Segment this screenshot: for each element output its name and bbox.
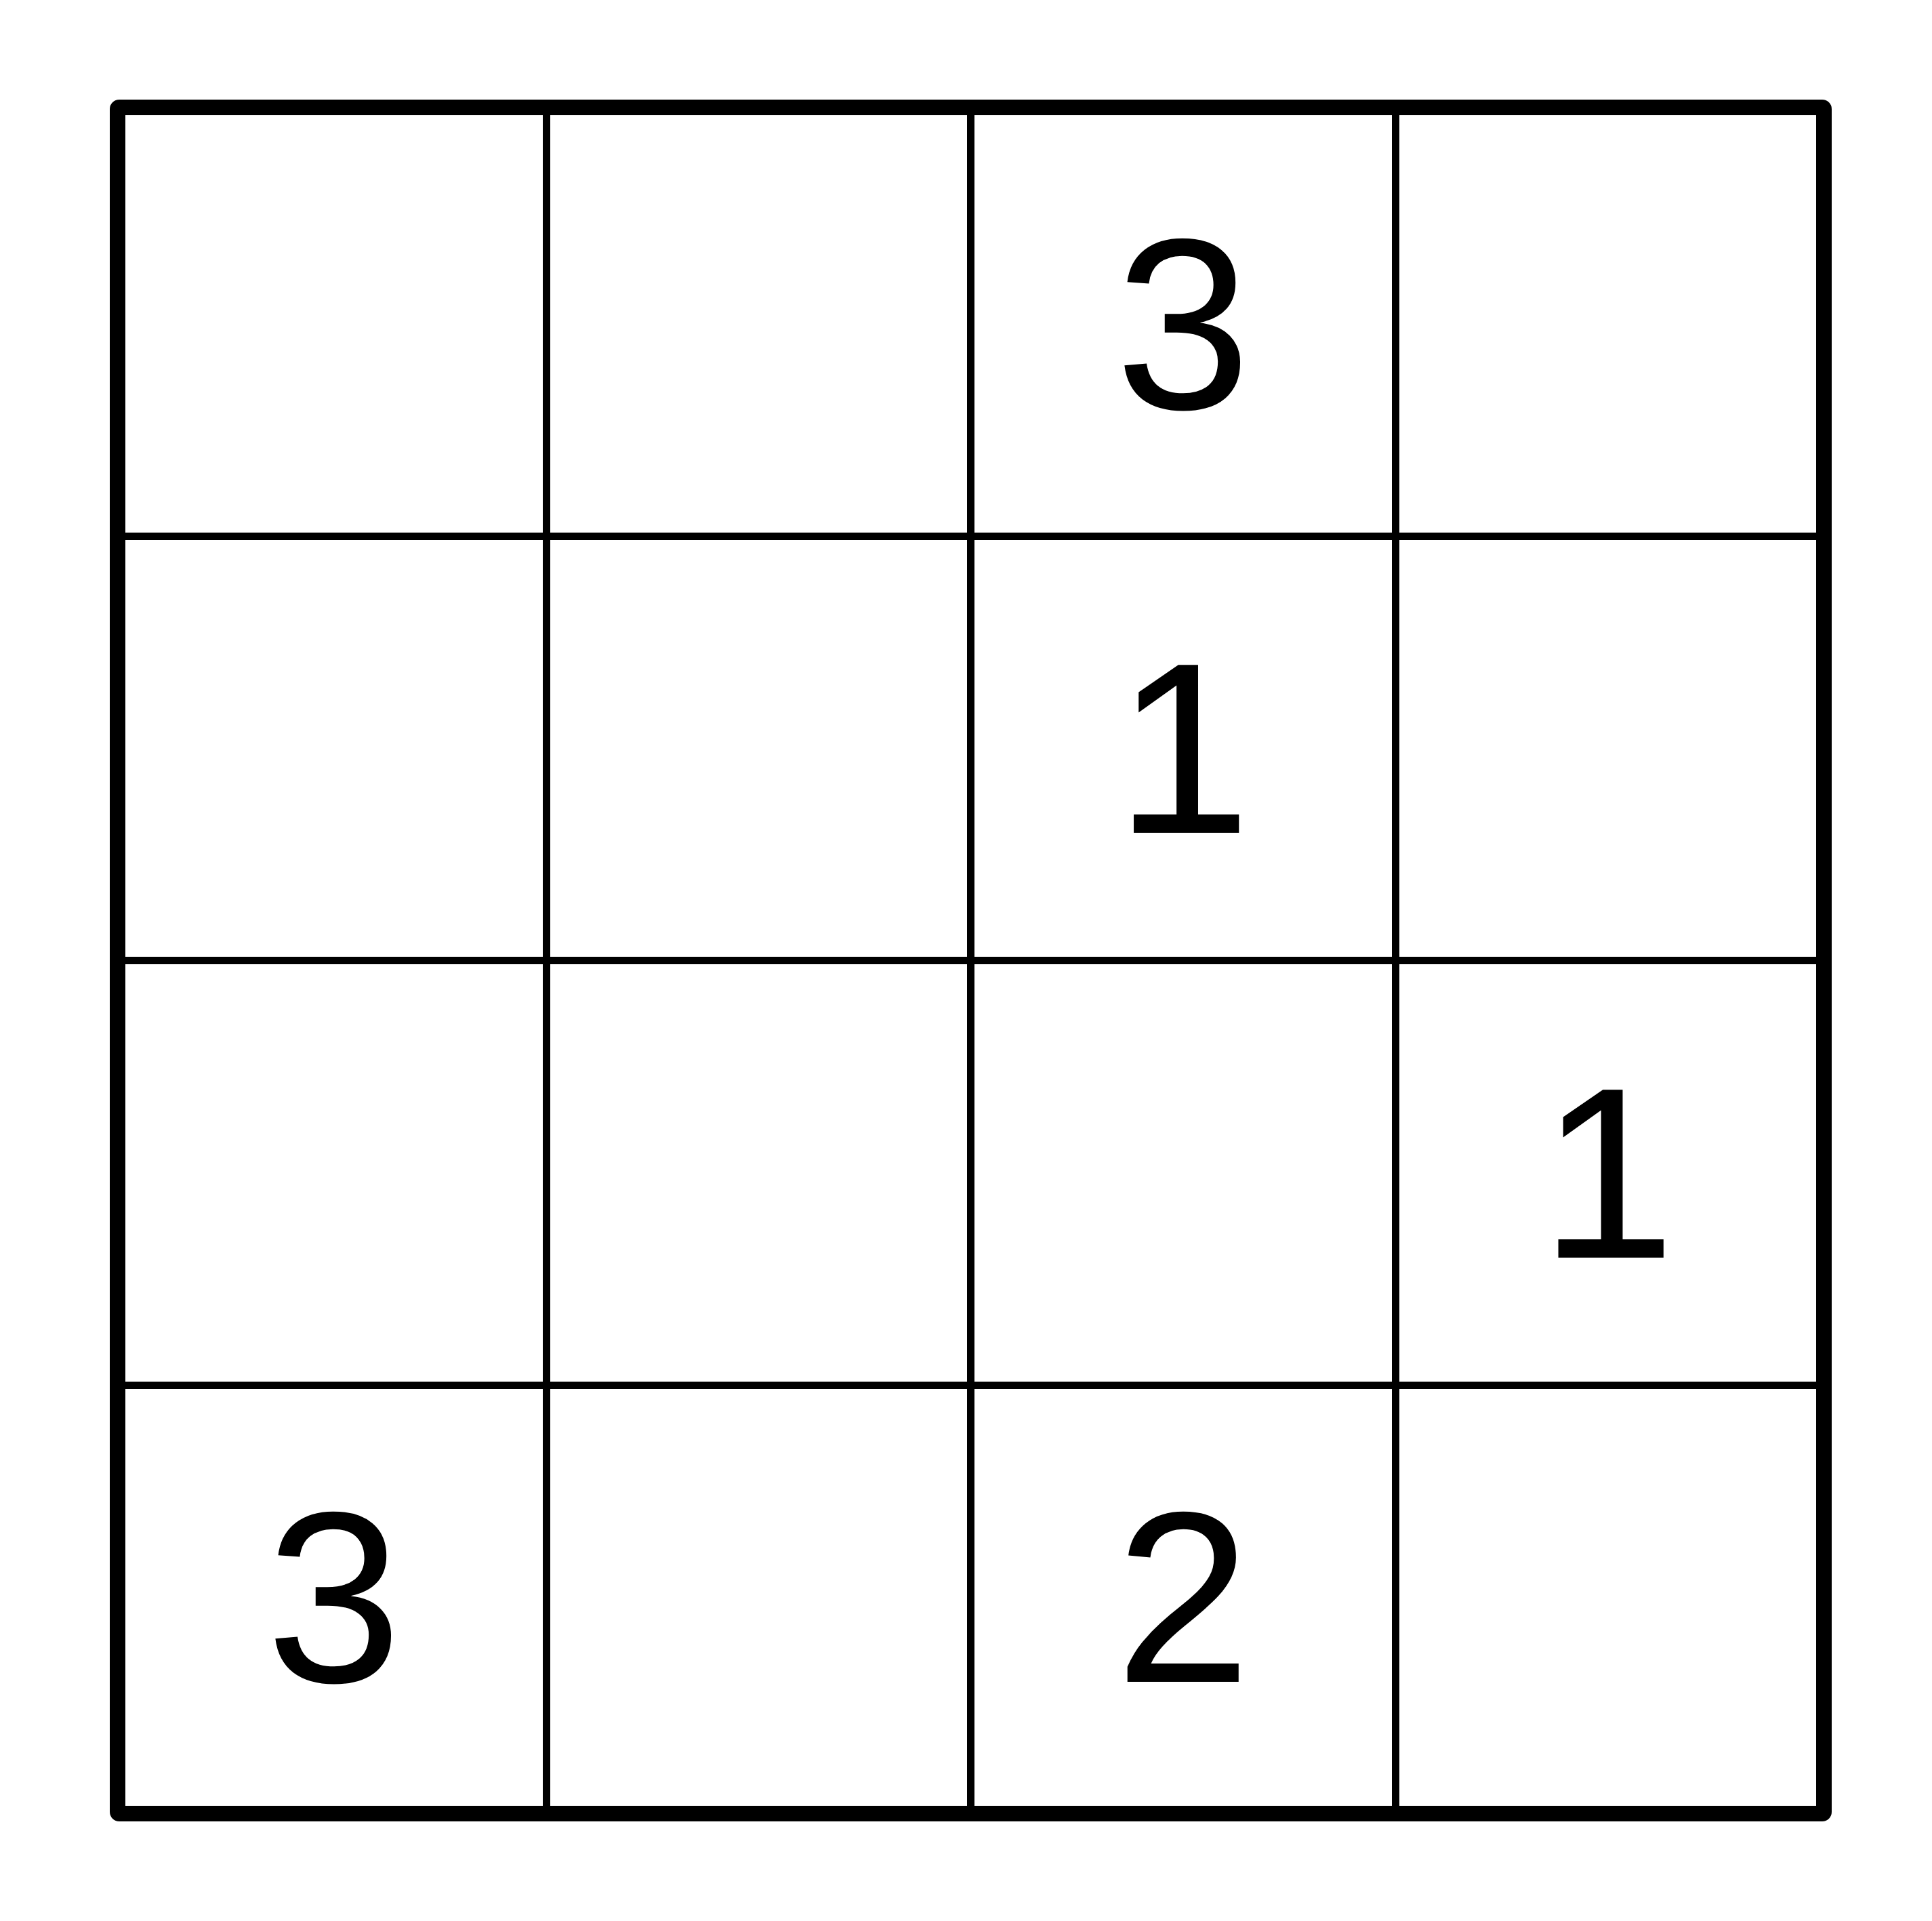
cell-r4c4[interactable] bbox=[1399, 1389, 1817, 1806]
cell-r1c4[interactable] bbox=[1399, 115, 1817, 533]
cell-r2c4[interactable] bbox=[1399, 540, 1817, 957]
puzzle-board: 31132 bbox=[110, 100, 1832, 1821]
cell-r4c2[interactable] bbox=[550, 1389, 968, 1806]
cell-r3c3[interactable] bbox=[974, 964, 1392, 1382]
cell-r3c1[interactable] bbox=[125, 964, 543, 1382]
cell-r2c3[interactable]: 1 bbox=[974, 540, 1392, 957]
cell-r3c2[interactable] bbox=[550, 964, 968, 1382]
cell-r2c1[interactable] bbox=[125, 540, 543, 957]
cell-r3c4[interactable]: 1 bbox=[1399, 964, 1817, 1382]
cell-r1c1[interactable] bbox=[125, 115, 543, 533]
cell-r2c2[interactable] bbox=[550, 540, 968, 957]
cell-r1c3[interactable]: 3 bbox=[974, 115, 1392, 533]
cell-r1c2[interactable] bbox=[550, 115, 968, 533]
cell-r4c1[interactable]: 3 bbox=[125, 1389, 543, 1806]
cell-r4c3[interactable]: 2 bbox=[974, 1389, 1392, 1806]
